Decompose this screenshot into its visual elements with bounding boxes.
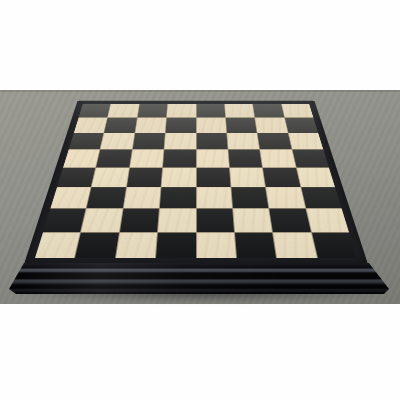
square-7-3 (156, 232, 195, 258)
square-0-2 (137, 104, 167, 118)
square-1-2 (135, 118, 166, 133)
square-5-7 (301, 187, 342, 208)
square-6-0 (43, 209, 86, 232)
square-5-4 (196, 187, 232, 208)
square-5-5 (231, 187, 268, 208)
square-4-7 (296, 168, 334, 187)
square-3-4 (196, 150, 228, 168)
square-0-7 (281, 104, 313, 118)
square-6-6 (270, 209, 311, 232)
square-7-1 (75, 232, 118, 258)
square-2-0 (69, 133, 104, 149)
square-2-5 (227, 133, 259, 149)
square-6-4 (196, 209, 233, 232)
product-photo-scene (0, 0, 400, 400)
square-1-0 (74, 118, 107, 133)
square-0-3 (167, 104, 196, 118)
square-0-5 (225, 104, 255, 118)
square-4-3 (162, 168, 196, 187)
square-5-1 (87, 187, 126, 208)
square-7-6 (273, 232, 316, 258)
square-1-5 (226, 118, 257, 133)
square-2-4 (196, 133, 227, 149)
square-6-2 (120, 209, 159, 232)
board-grid (35, 104, 357, 258)
square-7-7 (312, 232, 357, 258)
square-3-7 (292, 150, 329, 168)
square-4-5 (230, 168, 265, 187)
square-6-3 (158, 209, 195, 232)
square-6-5 (233, 209, 272, 232)
square-4-1 (92, 168, 129, 187)
square-0-6 (253, 104, 284, 118)
square-7-4 (196, 232, 235, 258)
square-5-3 (160, 187, 196, 208)
square-3-5 (228, 150, 262, 168)
square-1-3 (166, 118, 196, 133)
square-2-1 (101, 133, 135, 149)
square-5-2 (123, 187, 160, 208)
square-7-5 (235, 232, 276, 258)
square-3-3 (163, 150, 195, 168)
square-7-2 (116, 232, 157, 258)
square-1-7 (285, 118, 318, 133)
square-1-1 (105, 118, 137, 133)
square-6-1 (81, 209, 122, 232)
square-0-0 (79, 104, 111, 118)
square-4-2 (127, 168, 162, 187)
square-0-1 (108, 104, 139, 118)
square-0-4 (196, 104, 225, 118)
square-3-6 (260, 150, 295, 168)
square-2-2 (133, 133, 165, 149)
square-2-7 (288, 133, 323, 149)
square-4-4 (196, 168, 230, 187)
square-2-3 (164, 133, 195, 149)
board-front-molding (6, 260, 394, 294)
square-5-0 (50, 187, 91, 208)
square-2-6 (258, 133, 292, 149)
square-7-0 (35, 232, 80, 258)
square-4-6 (263, 168, 300, 187)
square-3-0 (63, 150, 100, 168)
square-5-6 (266, 187, 305, 208)
square-1-6 (255, 118, 287, 133)
square-4-0 (57, 168, 95, 187)
chess-board (35, 104, 357, 258)
square-6-7 (306, 209, 349, 232)
square-3-1 (97, 150, 132, 168)
square-3-2 (130, 150, 164, 168)
square-1-4 (196, 118, 226, 133)
